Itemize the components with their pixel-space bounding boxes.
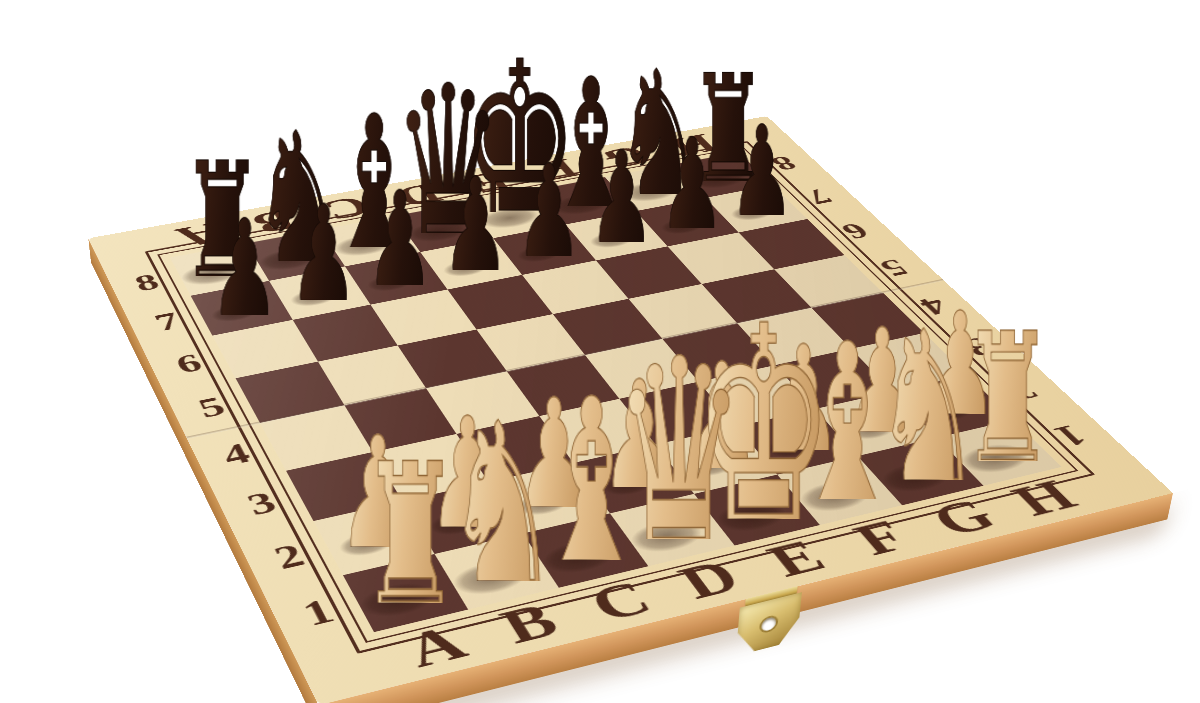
piece-shadow (199, 297, 270, 328)
piece-shadow (751, 429, 832, 467)
piece-shadow (504, 239, 574, 268)
piece-shadow (831, 411, 912, 448)
piece-shadow (242, 240, 336, 279)
piece-shadow (317, 226, 411, 265)
piece-shadow (670, 447, 752, 485)
piece-shadow (647, 212, 716, 240)
piece-shadow (355, 268, 426, 298)
piece-layer: ♜♞♝♛♚♝♞♜♟♟♟♟♟♟♟♟♟♟♟♟♟♟♟♟♜♞♝♛♚♝♞♜ (88, 116, 1173, 703)
chess-board: ABCDEFGH ABCDEFGH 87654321 87654321 ♜♞♝♛… (88, 116, 1173, 703)
piece-shadow (586, 465, 668, 504)
piece-shadow (717, 199, 786, 226)
piece-shadow (501, 484, 584, 524)
piece-shadow (414, 503, 497, 544)
piece-shadow (576, 226, 646, 254)
product-photo-stage: ABCDEFGH ABCDEFGH 87654321 87654321 ♜♞♝♛… (0, 0, 1200, 703)
piece-shadow (908, 394, 988, 430)
piece-shadow (325, 523, 408, 565)
